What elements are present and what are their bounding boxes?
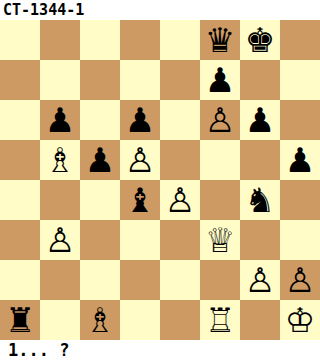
square-b6[interactable]: ♟ (40, 100, 80, 140)
piece-white-pawn: ♙ (45, 220, 75, 260)
square-e1[interactable] (160, 300, 200, 340)
square-g7[interactable] (240, 60, 280, 100)
square-g8[interactable]: ♚ (240, 20, 280, 60)
square-f6[interactable]: ♙ (200, 100, 240, 140)
square-c5[interactable]: ♟ (80, 140, 120, 180)
square-h6[interactable] (280, 100, 320, 140)
square-c4[interactable] (80, 180, 120, 220)
diagram-header: CT-1344-1 (0, 0, 320, 20)
piece-black-knight: ♞ (245, 180, 275, 220)
piece-black-rook: ♜ (5, 300, 35, 340)
piece-black-pawn: ♟ (85, 140, 115, 180)
square-d1[interactable] (120, 300, 160, 340)
square-e6[interactable] (160, 100, 200, 140)
square-g3[interactable] (240, 220, 280, 260)
square-a2[interactable] (0, 260, 40, 300)
square-c8[interactable] (80, 20, 120, 60)
square-h4[interactable] (280, 180, 320, 220)
square-b3[interactable]: ♙ (40, 220, 80, 260)
piece-white-pawn: ♙ (205, 100, 235, 140)
square-b8[interactable] (40, 20, 80, 60)
square-b5[interactable]: ♗ (40, 140, 80, 180)
square-f7[interactable]: ♟ (200, 60, 240, 100)
piece-black-bishop: ♝ (125, 180, 155, 220)
square-a1[interactable]: ♜ (0, 300, 40, 340)
square-g2[interactable]: ♙ (240, 260, 280, 300)
square-f1[interactable]: ♖ (200, 300, 240, 340)
piece-white-pawn: ♙ (165, 180, 195, 220)
piece-black-pawn: ♟ (205, 60, 235, 100)
square-d8[interactable] (120, 20, 160, 60)
square-f5[interactable] (200, 140, 240, 180)
square-d5[interactable]: ♙ (120, 140, 160, 180)
square-c6[interactable] (80, 100, 120, 140)
square-d2[interactable] (120, 260, 160, 300)
chess-board: ♛♚♟♟♟♙♟♗♟♙♟♝♙♞♙♕♙♙♜♗♖♔ (0, 20, 320, 340)
square-f2[interactable] (200, 260, 240, 300)
square-e2[interactable] (160, 260, 200, 300)
square-g5[interactable] (240, 140, 280, 180)
square-d4[interactable]: ♝ (120, 180, 160, 220)
square-g4[interactable]: ♞ (240, 180, 280, 220)
piece-black-king: ♚ (245, 20, 275, 60)
piece-black-pawn: ♟ (285, 140, 315, 180)
square-b1[interactable] (40, 300, 80, 340)
square-e4[interactable]: ♙ (160, 180, 200, 220)
square-h3[interactable] (280, 220, 320, 260)
square-c7[interactable] (80, 60, 120, 100)
square-f4[interactable] (200, 180, 240, 220)
square-h2[interactable]: ♙ (280, 260, 320, 300)
square-e7[interactable] (160, 60, 200, 100)
square-a8[interactable] (0, 20, 40, 60)
square-h1[interactable]: ♔ (280, 300, 320, 340)
square-c3[interactable] (80, 220, 120, 260)
square-g6[interactable]: ♟ (240, 100, 280, 140)
move-prompt: 1... ? (0, 340, 69, 360)
square-a7[interactable] (0, 60, 40, 100)
square-d7[interactable] (120, 60, 160, 100)
piece-white-rook: ♖ (205, 300, 235, 340)
square-d6[interactable]: ♟ (120, 100, 160, 140)
piece-black-pawn: ♟ (245, 100, 275, 140)
square-c2[interactable] (80, 260, 120, 300)
piece-black-pawn: ♟ (45, 100, 75, 140)
square-f3[interactable]: ♕ (200, 220, 240, 260)
piece-white-pawn: ♙ (245, 260, 275, 300)
piece-white-king: ♔ (285, 300, 315, 340)
square-g1[interactable] (240, 300, 280, 340)
square-h7[interactable] (280, 60, 320, 100)
diagram-footer: 1... ? (0, 340, 320, 360)
square-d3[interactable] (120, 220, 160, 260)
square-b7[interactable] (40, 60, 80, 100)
square-b2[interactable] (40, 260, 80, 300)
square-c1[interactable]: ♗ (80, 300, 120, 340)
square-h5[interactable]: ♟ (280, 140, 320, 180)
square-e5[interactable] (160, 140, 200, 180)
square-a5[interactable] (0, 140, 40, 180)
square-h8[interactable] (280, 20, 320, 60)
square-e8[interactable] (160, 20, 200, 60)
piece-white-pawn: ♙ (285, 260, 315, 300)
square-a3[interactable] (0, 220, 40, 260)
puzzle-title: CT-1344-1 (0, 0, 84, 20)
square-e3[interactable] (160, 220, 200, 260)
piece-white-pawn: ♙ (125, 140, 155, 180)
piece-black-queen: ♛ (205, 20, 235, 60)
square-a4[interactable] (0, 180, 40, 220)
piece-white-bishop: ♗ (85, 300, 115, 340)
square-b4[interactable] (40, 180, 80, 220)
piece-white-queen: ♕ (205, 220, 235, 260)
piece-black-pawn: ♟ (125, 100, 155, 140)
square-a6[interactable] (0, 100, 40, 140)
square-f8[interactable]: ♛ (200, 20, 240, 60)
piece-white-bishop: ♗ (45, 140, 75, 180)
chess-diagram-page: CT-1344-1 ♛♚♟♟♟♙♟♗♟♙♟♝♙♞♙♕♙♙♜♗♖♔ 1... ? (0, 0, 320, 360)
